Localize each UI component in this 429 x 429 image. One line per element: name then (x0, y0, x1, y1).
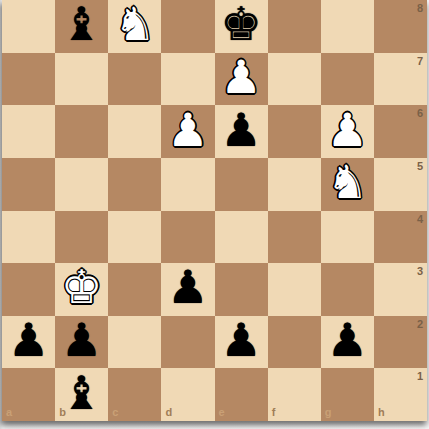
square-a3[interactable] (2, 263, 55, 316)
square-d4[interactable] (161, 211, 214, 264)
square-f4[interactable] (268, 211, 321, 264)
square-h5[interactable]: 5 (374, 158, 427, 211)
square-e4[interactable] (215, 211, 268, 264)
file-label-h: h (378, 407, 385, 418)
square-h8[interactable]: 8 (374, 0, 427, 53)
square-g6[interactable]: ♟ (321, 105, 374, 158)
square-a6[interactable] (2, 105, 55, 158)
square-d8[interactable] (161, 0, 214, 53)
square-b6[interactable] (55, 105, 108, 158)
square-b7[interactable] (55, 53, 108, 106)
white-pawn[interactable]: ♟ (220, 54, 261, 100)
square-d5[interactable] (161, 158, 214, 211)
rank-label-2: 2 (417, 319, 423, 330)
black-bishop[interactable]: ♝ (61, 1, 102, 47)
file-label-a: a (6, 407, 12, 418)
rank-label-8: 8 (417, 3, 423, 14)
square-g8[interactable] (321, 0, 374, 53)
black-pawn[interactable]: ♟ (8, 317, 49, 363)
white-pawn[interactable]: ♟ (167, 107, 208, 153)
rank-label-1: 1 (417, 371, 423, 382)
square-f6[interactable] (268, 105, 321, 158)
square-f5[interactable] (268, 158, 321, 211)
square-e3[interactable] (215, 263, 268, 316)
white-pawn[interactable]: ♟ (327, 107, 368, 153)
square-e1[interactable]: e (215, 368, 268, 421)
square-c4[interactable] (108, 211, 161, 264)
square-c3[interactable] (108, 263, 161, 316)
square-f7[interactable] (268, 53, 321, 106)
square-h7[interactable]: 7 (374, 53, 427, 106)
square-b2[interactable]: ♟ (55, 316, 108, 369)
black-pawn[interactable]: ♟ (220, 317, 261, 363)
square-c1[interactable]: c (108, 368, 161, 421)
square-g1[interactable]: g (321, 368, 374, 421)
square-a5[interactable] (2, 158, 55, 211)
square-a8[interactable] (2, 0, 55, 53)
square-h1[interactable]: 1h (374, 368, 427, 421)
square-h2[interactable]: 2 (374, 316, 427, 369)
square-d2[interactable] (161, 316, 214, 369)
square-d7[interactable] (161, 53, 214, 106)
square-f3[interactable] (268, 263, 321, 316)
square-g5[interactable]: ♞ (321, 158, 374, 211)
square-f2[interactable] (268, 316, 321, 369)
white-knight[interactable]: ♞ (327, 159, 368, 205)
square-b4[interactable] (55, 211, 108, 264)
square-e2[interactable]: ♟ (215, 316, 268, 369)
square-e8[interactable]: ♚ (215, 0, 268, 53)
square-g3[interactable] (321, 263, 374, 316)
file-label-d: d (165, 407, 172, 418)
rank-label-5: 5 (417, 161, 423, 172)
file-label-c: c (112, 407, 118, 418)
square-a2[interactable]: ♟ (2, 316, 55, 369)
rank-label-6: 6 (417, 108, 423, 119)
chess-board: ♝♞♚8♟7♟♟♟6♞54♚♟3♟♟♟♟2a♝bcdefg1h (2, 0, 427, 421)
square-g7[interactable] (321, 53, 374, 106)
black-king[interactable]: ♚ (220, 1, 261, 47)
square-h4[interactable]: 4 (374, 211, 427, 264)
rank-label-4: 4 (417, 214, 423, 225)
black-pawn[interactable]: ♟ (167, 264, 208, 310)
square-g2[interactable]: ♟ (321, 316, 374, 369)
square-b8[interactable]: ♝ (55, 0, 108, 53)
square-d1[interactable]: d (161, 368, 214, 421)
square-f1[interactable]: f (268, 368, 321, 421)
square-d6[interactable]: ♟ (161, 105, 214, 158)
black-pawn[interactable]: ♟ (61, 317, 102, 363)
page: ♝♞♚8♟7♟♟♟6♞54♚♟3♟♟♟♟2a♝bcdefg1h (0, 0, 429, 429)
square-e7[interactable]: ♟ (215, 53, 268, 106)
square-b3[interactable]: ♚ (55, 263, 108, 316)
rank-label-7: 7 (417, 56, 423, 67)
white-knight[interactable]: ♞ (114, 1, 155, 47)
square-f8[interactable] (268, 0, 321, 53)
square-e5[interactable] (215, 158, 268, 211)
square-c6[interactable] (108, 105, 161, 158)
square-c5[interactable] (108, 158, 161, 211)
file-label-g: g (325, 407, 332, 418)
square-b5[interactable] (55, 158, 108, 211)
square-d3[interactable]: ♟ (161, 263, 214, 316)
black-pawn[interactable]: ♟ (220, 107, 261, 153)
file-label-e: e (219, 407, 225, 418)
square-b1[interactable]: ♝b (55, 368, 108, 421)
white-king[interactable]: ♚ (61, 264, 102, 310)
square-h3[interactable]: 3 (374, 263, 427, 316)
square-h6[interactable]: 6 (374, 105, 427, 158)
square-e6[interactable]: ♟ (215, 105, 268, 158)
black-bishop[interactable]: ♝ (61, 370, 102, 416)
square-g4[interactable] (321, 211, 374, 264)
square-a7[interactable] (2, 53, 55, 106)
square-c7[interactable] (108, 53, 161, 106)
rank-label-3: 3 (417, 266, 423, 277)
black-pawn[interactable]: ♟ (327, 317, 368, 363)
square-a4[interactable] (2, 211, 55, 264)
square-c8[interactable]: ♞ (108, 0, 161, 53)
file-label-f: f (272, 407, 276, 418)
square-a1[interactable]: a (2, 368, 55, 421)
square-c2[interactable] (108, 316, 161, 369)
